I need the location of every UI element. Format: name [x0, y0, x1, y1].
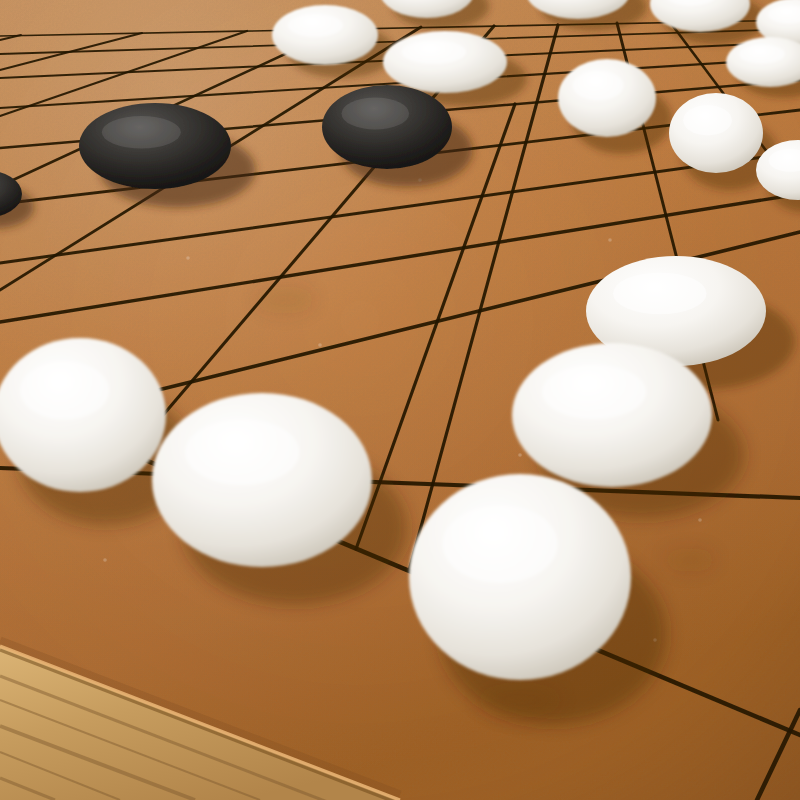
- black-stone[interactable]: [79, 103, 231, 189]
- stone-highlight: [442, 505, 557, 583]
- stone-highlight: [20, 361, 109, 420]
- dust-speck: [608, 238, 612, 242]
- dust-speck: [186, 256, 190, 260]
- go-board-scene: [0, 0, 800, 800]
- stone-highlight: [342, 98, 410, 130]
- go-board-photo: [0, 0, 800, 800]
- dust-speck: [518, 453, 522, 457]
- dust-speck: [318, 343, 322, 347]
- dust-speck: [103, 558, 107, 562]
- white-stone[interactable]: [409, 474, 631, 680]
- stone-highlight: [683, 105, 732, 135]
- black-stone[interactable]: [322, 85, 452, 169]
- white-stone[interactable]: [152, 393, 372, 567]
- stone-highlight: [739, 45, 785, 64]
- white-stone[interactable]: [669, 93, 763, 173]
- white-stone[interactable]: [0, 338, 166, 492]
- stone-highlight: [185, 419, 299, 485]
- dust-speck: [698, 518, 702, 522]
- white-stone[interactable]: [512, 343, 712, 487]
- stone-highlight: [102, 116, 181, 149]
- stone-highlight: [542, 365, 646, 420]
- white-stone[interactable]: [558, 59, 656, 137]
- stone-highlight: [613, 273, 707, 315]
- stone-highlight: [402, 40, 466, 64]
- white-stone[interactable]: [383, 31, 507, 93]
- white-stone[interactable]: [272, 5, 378, 65]
- stone-highlight: [288, 14, 343, 37]
- stone-highlight: [573, 71, 624, 101]
